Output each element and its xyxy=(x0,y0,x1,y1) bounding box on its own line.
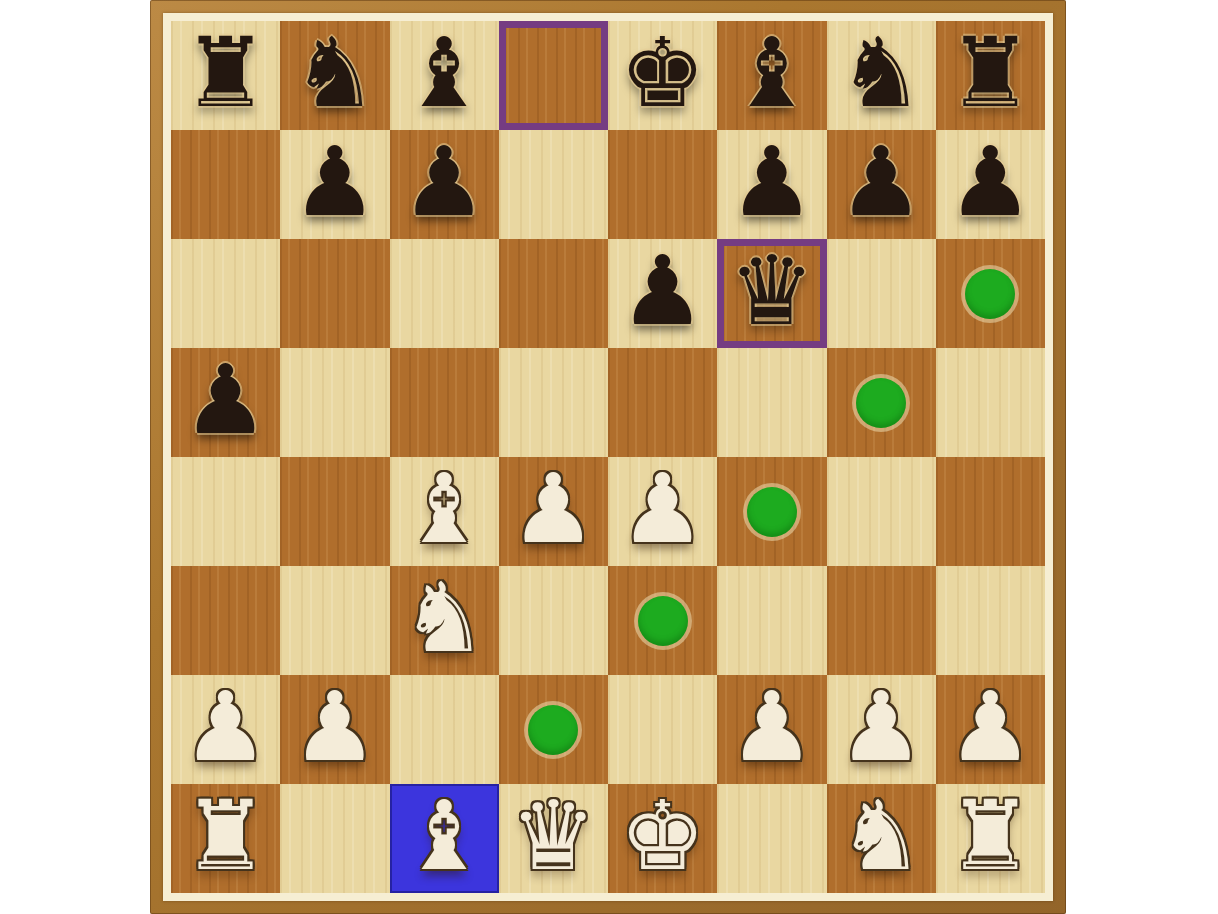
piece-white-queen[interactable]: ♛ xyxy=(510,788,596,884)
square-a7[interactable] xyxy=(171,130,280,239)
square-a8[interactable]: ♜ xyxy=(171,21,280,130)
square-b3[interactable] xyxy=(280,566,389,675)
square-d3[interactable] xyxy=(499,566,608,675)
legal-move-dot[interactable] xyxy=(965,269,1015,319)
square-c4[interactable]: ♝ xyxy=(390,457,499,566)
square-e1[interactable]: ♚ xyxy=(608,784,717,893)
piece-black-pawn[interactable]: ♟ xyxy=(292,134,378,230)
piece-white-bishop[interactable]: ♝ xyxy=(401,788,487,884)
piece-white-knight[interactable]: ♞ xyxy=(838,788,924,884)
piece-white-pawn[interactable]: ♟ xyxy=(620,461,706,557)
square-g1[interactable]: ♞ xyxy=(827,784,936,893)
piece-black-king[interactable]: ♚ xyxy=(620,25,706,121)
piece-black-bishop[interactable]: ♝ xyxy=(401,25,487,121)
piece-white-pawn[interactable]: ♟ xyxy=(510,461,596,557)
square-a4[interactable] xyxy=(171,457,280,566)
piece-black-knight[interactable]: ♞ xyxy=(292,25,378,121)
square-g2[interactable]: ♟ xyxy=(827,675,936,784)
square-e6[interactable]: ♟ xyxy=(608,239,717,348)
square-h2[interactable]: ♟ xyxy=(936,675,1045,784)
square-h6[interactable] xyxy=(936,239,1045,348)
square-a3[interactable] xyxy=(171,566,280,675)
square-d8[interactable] xyxy=(499,21,608,130)
board-inner-border: ♜♞♝♚♝♞♜♟♟♟♟♟♟♛♟♝♟♟♞♟♟♟♟♟♜♝♛♚♞♜ xyxy=(163,13,1053,901)
square-d7[interactable] xyxy=(499,130,608,239)
square-e3[interactable] xyxy=(608,566,717,675)
piece-white-pawn[interactable]: ♟ xyxy=(183,679,269,775)
square-b4[interactable] xyxy=(280,457,389,566)
square-c8[interactable]: ♝ xyxy=(390,21,499,130)
piece-white-pawn[interactable]: ♟ xyxy=(292,679,378,775)
square-h8[interactable]: ♜ xyxy=(936,21,1045,130)
square-b6[interactable] xyxy=(280,239,389,348)
square-f8[interactable]: ♝ xyxy=(717,21,826,130)
square-d6[interactable] xyxy=(499,239,608,348)
piece-black-knight[interactable]: ♞ xyxy=(838,25,924,121)
square-b1[interactable] xyxy=(280,784,389,893)
square-f6[interactable]: ♛ xyxy=(717,239,826,348)
piece-white-rook[interactable]: ♜ xyxy=(947,788,1033,884)
piece-black-queen[interactable]: ♛ xyxy=(729,243,815,339)
piece-white-knight[interactable]: ♞ xyxy=(401,570,487,666)
square-c6[interactable] xyxy=(390,239,499,348)
square-h3[interactable] xyxy=(936,566,1045,675)
square-d5[interactable] xyxy=(499,348,608,457)
square-f3[interactable] xyxy=(717,566,826,675)
piece-white-pawn[interactable]: ♟ xyxy=(947,679,1033,775)
piece-black-rook[interactable]: ♜ xyxy=(947,25,1033,121)
piece-black-pawn[interactable]: ♟ xyxy=(729,134,815,230)
piece-white-king[interactable]: ♚ xyxy=(620,788,706,884)
square-f5[interactable] xyxy=(717,348,826,457)
square-d2[interactable] xyxy=(499,675,608,784)
square-b7[interactable]: ♟ xyxy=(280,130,389,239)
legal-move-dot[interactable] xyxy=(528,705,578,755)
chess-board: ♜♞♝♚♝♞♜♟♟♟♟♟♟♛♟♝♟♟♞♟♟♟♟♟♜♝♛♚♞♜ xyxy=(171,21,1045,893)
square-d1[interactable]: ♛ xyxy=(499,784,608,893)
piece-white-pawn[interactable]: ♟ xyxy=(838,679,924,775)
square-g4[interactable] xyxy=(827,457,936,566)
piece-black-bishop[interactable]: ♝ xyxy=(729,25,815,121)
piece-white-rook[interactable]: ♜ xyxy=(183,788,269,884)
square-a5[interactable]: ♟ xyxy=(171,348,280,457)
square-b8[interactable]: ♞ xyxy=(280,21,389,130)
piece-black-pawn[interactable]: ♟ xyxy=(838,134,924,230)
square-b2[interactable]: ♟ xyxy=(280,675,389,784)
piece-black-rook[interactable]: ♜ xyxy=(183,25,269,121)
piece-white-pawn[interactable]: ♟ xyxy=(729,679,815,775)
board-frame: ♜♞♝♚♝♞♜♟♟♟♟♟♟♛♟♝♟♟♞♟♟♟♟♟♜♝♛♚♞♜ xyxy=(150,0,1066,914)
piece-white-bishop[interactable]: ♝ xyxy=(401,461,487,557)
square-c1[interactable]: ♝ xyxy=(390,784,499,893)
page: ♜♞♝♚♝♞♜♟♟♟♟♟♟♛♟♝♟♟♞♟♟♟♟♟♜♝♛♚♞♜ xyxy=(0,0,1218,914)
square-a6[interactable] xyxy=(171,239,280,348)
square-f2[interactable]: ♟ xyxy=(717,675,826,784)
square-g6[interactable] xyxy=(827,239,936,348)
square-h5[interactable] xyxy=(936,348,1045,457)
square-f7[interactable]: ♟ xyxy=(717,130,826,239)
square-c3[interactable]: ♞ xyxy=(390,566,499,675)
piece-black-pawn[interactable]: ♟ xyxy=(183,352,269,448)
square-e8[interactable]: ♚ xyxy=(608,21,717,130)
square-e7[interactable] xyxy=(608,130,717,239)
legal-move-dot[interactable] xyxy=(747,487,797,537)
square-g3[interactable] xyxy=(827,566,936,675)
legal-move-dot[interactable] xyxy=(638,596,688,646)
square-a2[interactable]: ♟ xyxy=(171,675,280,784)
piece-black-pawn[interactable]: ♟ xyxy=(401,134,487,230)
square-e5[interactable] xyxy=(608,348,717,457)
square-d4[interactable]: ♟ xyxy=(499,457,608,566)
square-c5[interactable] xyxy=(390,348,499,457)
square-h4[interactable] xyxy=(936,457,1045,566)
legal-move-dot[interactable] xyxy=(856,378,906,428)
square-c7[interactable]: ♟ xyxy=(390,130,499,239)
square-b5[interactable] xyxy=(280,348,389,457)
piece-black-pawn[interactable]: ♟ xyxy=(947,134,1033,230)
square-h7[interactable]: ♟ xyxy=(936,130,1045,239)
square-g8[interactable]: ♞ xyxy=(827,21,936,130)
square-c2[interactable] xyxy=(390,675,499,784)
square-g7[interactable]: ♟ xyxy=(827,130,936,239)
square-e2[interactable] xyxy=(608,675,717,784)
piece-black-pawn[interactable]: ♟ xyxy=(620,243,706,339)
square-h1[interactable]: ♜ xyxy=(936,784,1045,893)
square-f1[interactable] xyxy=(717,784,826,893)
square-a1[interactable]: ♜ xyxy=(171,784,280,893)
square-g5[interactable] xyxy=(827,348,936,457)
square-f4[interactable] xyxy=(717,457,826,566)
square-e4[interactable]: ♟ xyxy=(608,457,717,566)
